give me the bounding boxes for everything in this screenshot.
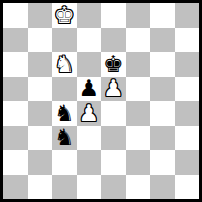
square-g4[interactable]	[150, 101, 175, 126]
square-e5[interactable]: ♟	[101, 77, 126, 102]
square-f7[interactable]	[126, 28, 151, 53]
square-f3[interactable]	[126, 126, 151, 151]
square-c8[interactable]: ♚	[52, 3, 77, 28]
square-d3[interactable]	[77, 126, 102, 151]
square-c2[interactable]	[52, 150, 77, 175]
black-pawn-d5[interactable]: ♟	[78, 77, 99, 100]
square-a4[interactable]	[3, 101, 28, 126]
square-e4[interactable]	[101, 101, 126, 126]
square-e6[interactable]: ♚	[101, 52, 126, 77]
square-b4[interactable]	[28, 101, 53, 126]
square-h7[interactable]	[175, 28, 200, 53]
square-f8[interactable]	[126, 3, 151, 28]
square-d6[interactable]	[77, 52, 102, 77]
square-g2[interactable]	[150, 150, 175, 175]
square-h6[interactable]	[175, 52, 200, 77]
square-f1[interactable]	[126, 175, 151, 200]
square-a8[interactable]	[3, 3, 28, 28]
square-c1[interactable]	[52, 175, 77, 200]
square-b5[interactable]	[28, 77, 53, 102]
square-d5[interactable]: ♟	[77, 77, 102, 102]
square-h2[interactable]	[175, 150, 200, 175]
black-knight-c3[interactable]: ♞	[54, 126, 75, 149]
square-b1[interactable]	[28, 175, 53, 200]
square-c4[interactable]: ♞	[52, 101, 77, 126]
square-g6[interactable]	[150, 52, 175, 77]
square-e8[interactable]	[101, 3, 126, 28]
square-d1[interactable]	[77, 175, 102, 200]
white-pawn-d4[interactable]: ♟	[78, 102, 99, 125]
square-b6[interactable]	[28, 52, 53, 77]
square-a2[interactable]	[3, 150, 28, 175]
square-d8[interactable]	[77, 3, 102, 28]
square-b3[interactable]	[28, 126, 53, 151]
square-h1[interactable]	[175, 175, 200, 200]
black-king-e6[interactable]: ♚	[103, 53, 124, 76]
square-c7[interactable]	[52, 28, 77, 53]
square-g5[interactable]	[150, 77, 175, 102]
square-a5[interactable]	[3, 77, 28, 102]
square-c6[interactable]: ♞	[52, 52, 77, 77]
square-g1[interactable]	[150, 175, 175, 200]
white-king-c8[interactable]: ♚	[54, 4, 75, 27]
square-e1[interactable]	[101, 175, 126, 200]
white-knight-c6[interactable]: ♞	[54, 53, 75, 76]
square-c5[interactable]	[52, 77, 77, 102]
square-f6[interactable]	[126, 52, 151, 77]
square-g8[interactable]	[150, 3, 175, 28]
square-e7[interactable]	[101, 28, 126, 53]
square-f2[interactable]	[126, 150, 151, 175]
square-f4[interactable]	[126, 101, 151, 126]
square-b8[interactable]	[28, 3, 53, 28]
square-h4[interactable]	[175, 101, 200, 126]
square-d7[interactable]	[77, 28, 102, 53]
square-a7[interactable]	[3, 28, 28, 53]
white-pawn-e5[interactable]: ♟	[103, 77, 124, 100]
square-e3[interactable]	[101, 126, 126, 151]
black-knight-c4[interactable]: ♞	[54, 102, 75, 125]
square-h8[interactable]	[175, 3, 200, 28]
square-a6[interactable]	[3, 52, 28, 77]
square-c3[interactable]: ♞	[52, 126, 77, 151]
square-b2[interactable]	[28, 150, 53, 175]
square-d4[interactable]: ♟	[77, 101, 102, 126]
square-a1[interactable]	[3, 175, 28, 200]
square-d2[interactable]	[77, 150, 102, 175]
square-e2[interactable]	[101, 150, 126, 175]
chess-board: ♚♞♚♟♟♞♟♞	[0, 0, 202, 202]
square-f5[interactable]	[126, 77, 151, 102]
square-g3[interactable]	[150, 126, 175, 151]
square-h5[interactable]	[175, 77, 200, 102]
square-b7[interactable]	[28, 28, 53, 53]
square-h3[interactable]	[175, 126, 200, 151]
square-g7[interactable]	[150, 28, 175, 53]
square-a3[interactable]	[3, 126, 28, 151]
